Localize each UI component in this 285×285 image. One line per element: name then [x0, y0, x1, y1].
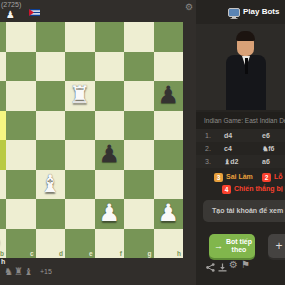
white-rook-e6[interactable]: ♜ [65, 81, 95, 111]
square-h2[interactable]: ♟ [154, 199, 184, 229]
square-f6[interactable] [95, 81, 125, 111]
move-number: 1. [205, 132, 211, 139]
review-blunders: 2Lỗ [262, 173, 283, 182]
square-g2[interactable] [124, 199, 154, 229]
new-game-plus-button[interactable]: + [268, 234, 285, 258]
square-c2[interactable] [6, 199, 36, 229]
square-c6[interactable] [6, 81, 36, 111]
square-c3[interactable] [6, 170, 36, 200]
review-mistakes: 3Sai Lầm [214, 173, 253, 182]
square-d8[interactable] [36, 22, 66, 52]
move-number: 3. [205, 158, 211, 165]
player-info-bar: h ♞♜♝ +15 [0, 258, 196, 285]
square-c8[interactable] [6, 22, 36, 52]
arrow-right-icon: → [214, 241, 223, 251]
square-g6[interactable] [124, 81, 154, 111]
black-move[interactable]: a6 [262, 158, 270, 165]
square-e5[interactable] [65, 111, 95, 141]
white-move[interactable]: c4 [224, 145, 232, 152]
opening-name: Indian Game: East Indian Defense [204, 117, 285, 124]
bot-avatar-strip [196, 24, 285, 110]
square-f1[interactable]: f [95, 229, 125, 259]
move-list: 1.d4e62.c4♞f63.♝d2a6 [196, 129, 285, 169]
file-label-f: f [120, 250, 122, 257]
square-h8[interactable] [154, 22, 184, 52]
share-icon[interactable] [206, 261, 215, 272]
blunders-badge: 2 [262, 173, 271, 182]
white-pawn-f2[interactable]: ♟ [95, 199, 125, 229]
square-c7[interactable] [6, 52, 36, 82]
missed-wins-badge: 4 [222, 185, 231, 194]
cuba-flag-icon [29, 2, 40, 20]
play-bots-sidebar: Play Bots Indian Game: East Indian Defen… [196, 0, 285, 285]
flag-icon[interactable]: ⚑ [241, 259, 250, 270]
game-review-summary: 3Sai Lầm 2Lỗ 4Chiến thắng bị b [196, 171, 285, 197]
material-advantage: +15 [40, 268, 52, 275]
blunders-label: Lỗ [274, 173, 283, 180]
white-bishop-d3[interactable]: ♝ [36, 170, 66, 200]
square-g8[interactable] [124, 22, 154, 52]
white-pawn-h2[interactable]: ♟ [154, 199, 184, 229]
computer-monitor-icon [228, 5, 240, 23]
move-number: 2. [205, 145, 211, 152]
next-bot-label: Bot tiếp theo [225, 238, 253, 254]
white-move[interactable]: ♝d2 [224, 158, 238, 166]
square-e1[interactable]: e [65, 229, 95, 259]
square-e7[interactable] [65, 52, 95, 82]
file-label-c: c [30, 250, 34, 257]
square-d5[interactable] [36, 111, 66, 141]
square-f7[interactable] [95, 52, 125, 82]
file-label-e: e [89, 250, 93, 257]
black-move[interactable]: e6 [262, 132, 270, 139]
square-h3[interactable] [154, 170, 184, 200]
square-d6[interactable] [36, 81, 66, 111]
review-missed-wins: 4Chiến thắng bị b [222, 185, 285, 194]
move-row-1[interactable]: 1.d4e6 [196, 129, 285, 142]
next-bot-button[interactable]: → Bot tiếp theo [209, 234, 255, 258]
sidebar-header: Play Bots [196, 0, 285, 24]
square-f5[interactable] [95, 111, 125, 141]
square-d3[interactable]: ♝ [36, 170, 66, 200]
opponent-info-bar: (2725) ♟ [0, 0, 196, 22]
page-title: Play Bots [243, 7, 279, 16]
download-icon[interactable] [218, 261, 227, 272]
footer-icon-row: ⚙ ⚑ [206, 261, 285, 277]
file-label-b: b [0, 250, 4, 257]
mistakes-badge: 3 [214, 173, 223, 182]
square-c1[interactable]: c [6, 229, 36, 259]
file-label-d: d [59, 250, 63, 257]
square-e6[interactable]: ♜ [65, 81, 95, 111]
square-d2[interactable] [36, 199, 66, 229]
square-d7[interactable] [36, 52, 66, 82]
opponent-rating: (2725) [1, 1, 21, 8]
square-e4[interactable] [65, 140, 95, 170]
captured-black-pieces: ♞♜♝ [4, 266, 34, 277]
square-f3[interactable] [95, 170, 125, 200]
black-move[interactable]: ♞f6 [262, 145, 275, 153]
square-d4[interactable] [36, 140, 66, 170]
white-move[interactable]: d4 [224, 132, 232, 139]
square-c4[interactable] [6, 140, 36, 170]
chess-board[interactable]: ♜♟♚♟♟♝♟♟a♚bcdefgh [0, 22, 183, 258]
square-h7[interactable] [154, 52, 184, 82]
square-e3[interactable] [65, 170, 95, 200]
move-row-2[interactable]: 2.c4♞f6 [196, 142, 285, 155]
square-h1[interactable]: h [154, 229, 184, 259]
square-h4[interactable] [154, 140, 184, 170]
board-viewport: ♜♟♚♟♟♝♟♟a♚bcdefgh [0, 22, 185, 258]
board-settings-gear-icon[interactable]: ⚙ [185, 2, 193, 12]
file-label-h: h [177, 250, 181, 257]
settings-icon[interactable]: ⚙ [229, 259, 238, 270]
opening-name-bar: Indian Game: East Indian Defense [196, 112, 285, 129]
square-c5[interactable] [6, 111, 36, 141]
square-e2[interactable] [65, 199, 95, 229]
square-d1[interactable]: d [36, 229, 66, 259]
file-label-g: g [148, 250, 152, 257]
square-g5[interactable] [124, 111, 154, 141]
black-pawn-h6[interactable]: ♟ [154, 81, 184, 111]
square-f2[interactable]: ♟ [95, 199, 125, 229]
black-pawn-f4[interactable]: ♟ [95, 140, 125, 170]
square-e8[interactable] [65, 22, 95, 52]
square-g7[interactable] [124, 52, 154, 82]
square-f8[interactable] [95, 22, 125, 52]
mistakes-label: Sai Lầm [226, 173, 253, 180]
square-g1[interactable]: g [124, 229, 154, 259]
square-g4[interactable] [124, 140, 154, 170]
square-g3[interactable] [124, 170, 154, 200]
missed-wins-label: Chiến thắng bị b [234, 185, 285, 192]
square-h6[interactable]: ♟ [154, 81, 184, 111]
player-name: h [1, 258, 5, 265]
move-row-3[interactable]: 3.♝d2a6 [196, 155, 285, 168]
captured-white-pieces: ♟ [6, 9, 15, 20]
square-h5[interactable] [154, 111, 184, 141]
bot-avatar [224, 28, 268, 110]
square-f4[interactable]: ♟ [95, 140, 125, 170]
create-account-button[interactable]: Tạo tài khoản để xem p [203, 200, 285, 222]
